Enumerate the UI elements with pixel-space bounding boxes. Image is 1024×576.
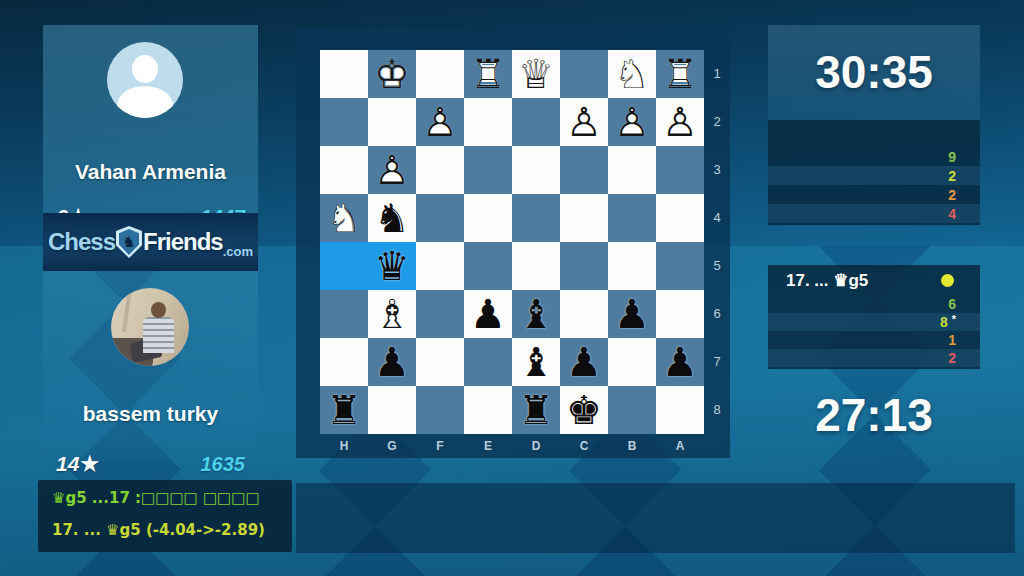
file-label-c: C: [560, 436, 608, 456]
piece-white-P-outline: ♙: [416, 98, 464, 146]
piece-black-P: ♟: [608, 290, 656, 338]
stat-row-value: 9: [948, 149, 956, 165]
square-a5[interactable]: [656, 242, 704, 290]
square-b2[interactable]: ♟♙: [608, 98, 656, 146]
file-label-h: H: [320, 436, 368, 456]
board-panel: ♚♔♜♖♛♕♞♘♜♖♟♙♟♙♟♙♟♙♟♙♞♘♞♛♝♗♟♝♟♟♝♟♟♜♜♚ HGF…: [296, 28, 730, 458]
square-h6[interactable]: [320, 290, 368, 338]
square-d3[interactable]: [512, 146, 560, 194]
clock-bottom: 27:13: [768, 384, 980, 446]
square-a1[interactable]: ♜♖: [656, 50, 704, 98]
chessfriends-logo[interactable]: Chess ♞ Friends .com: [43, 213, 258, 271]
square-d4[interactable]: [512, 194, 560, 242]
star-icon: ★: [80, 452, 99, 475]
square-c7[interactable]: ♟: [560, 338, 608, 386]
knight-icon: ♞: [119, 229, 139, 255]
file-label-b: B: [608, 436, 656, 456]
player-bottom-stars: 14★: [56, 452, 99, 476]
square-a7[interactable]: ♟: [656, 338, 704, 386]
move-stat-row-suffix: *: [952, 313, 956, 325]
piece-white-B-outline: ♗: [368, 290, 416, 338]
chess-board: ♚♔♜♖♛♕♞♘♜♖♟♙♟♙♟♙♟♙♟♙♞♘♞♛♝♗♟♝♟♟♝♟♟♜♜♚: [320, 50, 704, 434]
piece-white-P-outline: ♙: [656, 98, 704, 146]
move-stat-row-value: 8: [940, 314, 948, 330]
analysis-box: ♛g5 ...17 :□□□□ □□□□ 17. ... ♛g5 (-4.04-…: [38, 480, 292, 552]
square-g7[interactable]: ♟: [368, 338, 416, 386]
avatar-photo-head: [151, 302, 166, 318]
square-b5[interactable]: [608, 242, 656, 290]
piece-black-N: ♞: [368, 194, 416, 242]
square-d2[interactable]: [512, 98, 560, 146]
game-screen: Vahan Armenia 6★ 1447 Chess ♞ Friends .c…: [0, 0, 1024, 576]
logo-shield-icon: ♞: [116, 226, 142, 258]
piece-white-K-outline: ♔: [368, 50, 416, 98]
clock-top: 30:35: [768, 25, 980, 120]
square-c2[interactable]: ♟♙: [560, 98, 608, 146]
square-g5[interactable]: ♛: [368, 242, 416, 290]
square-b8[interactable]: [608, 386, 656, 434]
avatar-torso-shape: [117, 86, 173, 118]
stats-panel-spacer: [768, 120, 980, 147]
square-c4[interactable]: [560, 194, 608, 242]
square-h8[interactable]: ♜: [320, 386, 368, 434]
square-g2[interactable]: [368, 98, 416, 146]
square-f2[interactable]: ♟♙: [416, 98, 464, 146]
stat-row-2: 2: [768, 185, 980, 204]
square-h3[interactable]: [320, 146, 368, 194]
move-stat-row-0: 6: [768, 295, 980, 313]
piece-white-R-outline: ♖: [464, 50, 512, 98]
rank-label-6: 6: [704, 290, 730, 338]
bottom-overlay-bar: [296, 483, 1015, 553]
stat-row-0: 9: [768, 147, 980, 166]
stat-row-value: 4: [948, 206, 956, 222]
piece-black-K: ♚: [560, 386, 608, 434]
square-d7[interactable]: ♝: [512, 338, 560, 386]
move-stat-row-1: 8*: [768, 313, 980, 331]
square-f5[interactable]: [416, 242, 464, 290]
square-e6[interactable]: ♟: [464, 290, 512, 338]
move-stat-row-value: 1: [948, 332, 956, 348]
square-c3[interactable]: [560, 146, 608, 194]
square-e7[interactable]: [464, 338, 512, 386]
player-bottom-name: bassem turky: [43, 402, 258, 426]
square-e8[interactable]: [464, 386, 512, 434]
stat-row-3: 4: [768, 204, 980, 223]
players-sidebar: Vahan Armenia 6★ 1447 Chess ♞ Friends .c…: [43, 25, 258, 461]
piece-black-P: ♟: [656, 338, 704, 386]
move-panel: 17. ... ♛g5 68*12: [768, 265, 980, 369]
rank-label-3: 3: [704, 146, 730, 194]
square-g8[interactable]: [368, 386, 416, 434]
square-d5[interactable]: [512, 242, 560, 290]
piece-white-P-outline: ♙: [608, 98, 656, 146]
square-a2[interactable]: ♟♙: [656, 98, 704, 146]
piece-white-P-outline: ♙: [368, 146, 416, 194]
square-g1[interactable]: ♚♔: [368, 50, 416, 98]
square-e4[interactable]: [464, 194, 512, 242]
square-g6[interactable]: ♝♗: [368, 290, 416, 338]
stat-row-value: 2: [948, 168, 956, 184]
turn-indicator-dot: [941, 274, 954, 287]
logo-suffix-com: .com: [223, 244, 253, 259]
square-b6[interactable]: ♟: [608, 290, 656, 338]
piece-black-R: ♜: [512, 386, 560, 434]
square-a3[interactable]: [656, 146, 704, 194]
move-stat-row-value: 2: [948, 350, 956, 366]
analysis-line-1: ♛g5 ...17 :□□□□ □□□□: [52, 489, 260, 507]
move-panel-header: 17. ... ♛g5: [768, 265, 980, 295]
square-c5[interactable]: [560, 242, 608, 290]
piece-white-N-outline: ♘: [320, 194, 368, 242]
player-bottom-rating: 1635: [201, 453, 246, 476]
square-h5[interactable]: [320, 242, 368, 290]
piece-black-P: ♟: [368, 338, 416, 386]
square-h7[interactable]: [320, 338, 368, 386]
piece-black-B: ♝: [512, 290, 560, 338]
player-top-avatar[interactable]: [107, 42, 183, 118]
logo-word-friends: Friends: [143, 228, 223, 256]
square-c8[interactable]: ♚: [560, 386, 608, 434]
move-stat-row-value: 6: [948, 296, 956, 312]
square-f8[interactable]: [416, 386, 464, 434]
square-h2[interactable]: [320, 98, 368, 146]
square-a4[interactable]: [656, 194, 704, 242]
square-b4[interactable]: [608, 194, 656, 242]
move-stat-row-3: 2: [768, 349, 980, 367]
rank-label-1: 1: [704, 50, 730, 98]
avatar-photo-torso: [143, 317, 174, 353]
file-label-e: E: [464, 436, 512, 456]
square-f4[interactable]: [416, 194, 464, 242]
square-d6[interactable]: ♝: [512, 290, 560, 338]
square-h4[interactable]: ♞♘: [320, 194, 368, 242]
square-b1[interactable]: ♞♘: [608, 50, 656, 98]
piece-white-N-outline: ♘: [608, 50, 656, 98]
move-panel-move-text: 17. ... ♛g5: [786, 270, 868, 291]
piece-white-P-outline: ♙: [560, 98, 608, 146]
square-g4[interactable]: ♞: [368, 194, 416, 242]
square-g3[interactable]: ♟♙: [368, 146, 416, 194]
square-a6[interactable]: [656, 290, 704, 338]
file-label-g: G: [368, 436, 416, 456]
avatar-head-shape: [132, 55, 158, 83]
piece-black-B: ♝: [512, 338, 560, 386]
piece-black-Q: ♛: [368, 242, 416, 290]
rank-label-2: 2: [704, 98, 730, 146]
piece-white-Q-outline: ♕: [512, 50, 560, 98]
file-labels: HGFEDCBA: [320, 436, 704, 456]
piece-black-R: ♜: [320, 386, 368, 434]
square-f7[interactable]: [416, 338, 464, 386]
player-bottom-stats-row: 14★ 1635: [43, 452, 258, 476]
player-top-name: Vahan Armenia: [43, 160, 258, 184]
stats-panel: 9224: [768, 120, 980, 225]
square-c6[interactable]: [560, 290, 608, 338]
square-f1[interactable]: [416, 50, 464, 98]
file-label-a: A: [656, 436, 704, 456]
move-stat-row-2: 1: [768, 331, 980, 349]
rank-labels: 12345678: [704, 50, 730, 434]
avatar-photo-wall: [122, 288, 132, 332]
rank-label-5: 5: [704, 242, 730, 290]
rank-label-7: 7: [704, 338, 730, 386]
square-a8[interactable]: [656, 386, 704, 434]
square-c1[interactable]: [560, 50, 608, 98]
file-label-f: F: [416, 436, 464, 456]
rank-label-8: 8: [704, 386, 730, 434]
square-d8[interactable]: ♜: [512, 386, 560, 434]
square-h1[interactable]: [320, 50, 368, 98]
stat-row-value: 2: [948, 187, 956, 203]
square-e3[interactable]: [464, 146, 512, 194]
logo-word-chess: Chess: [48, 228, 115, 256]
square-e1[interactable]: ♜♖: [464, 50, 512, 98]
piece-black-P: ♟: [464, 290, 512, 338]
player-bottom-avatar[interactable]: [111, 288, 189, 366]
square-b3[interactable]: [608, 146, 656, 194]
stat-row-1: 2: [768, 166, 980, 185]
square-e2[interactable]: [464, 98, 512, 146]
square-e5[interactable]: [464, 242, 512, 290]
square-f3[interactable]: [416, 146, 464, 194]
square-b7[interactable]: [608, 338, 656, 386]
file-label-d: D: [512, 436, 560, 456]
piece-white-R-outline: ♖: [656, 50, 704, 98]
analysis-line-2: 17. ... ♛g5 (-4.04->-2.89): [52, 521, 265, 539]
rank-label-4: 4: [704, 194, 730, 242]
square-f6[interactable]: [416, 290, 464, 338]
piece-black-P: ♟: [560, 338, 608, 386]
square-d1[interactable]: ♛♕: [512, 50, 560, 98]
